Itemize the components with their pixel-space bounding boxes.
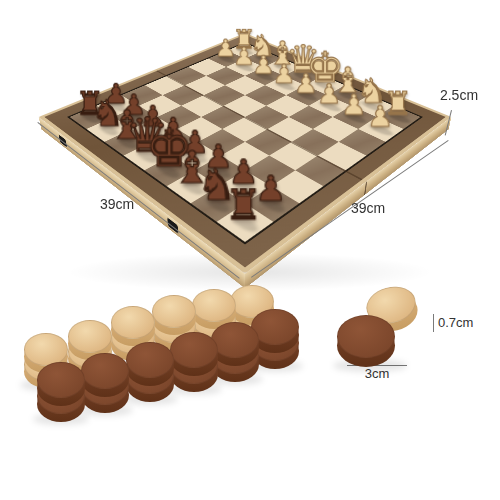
checker-top [68, 320, 112, 353]
checker-top [192, 289, 236, 322]
checkers-display [0, 0, 500, 500]
product-photo: ♜♞♝♛♚♝♞♜♟♟♟♟♟♟♟♟♟♟♟♟♟♟♟♟♜♞♝♛♚♝♞♜ 39cm 39… [0, 0, 500, 500]
checker-dark [337, 315, 395, 367]
checker-light [152, 295, 196, 335]
checker-dark [126, 342, 174, 386]
checker-top [24, 333, 68, 366]
checker-top [337, 315, 395, 358]
checker-top [37, 362, 85, 398]
checker-dark [37, 362, 85, 406]
checker-top [81, 353, 129, 389]
checker-top [152, 295, 196, 328]
checker-top [211, 322, 259, 358]
checker-dark [170, 332, 218, 376]
checker-top [126, 342, 174, 378]
checker-light [111, 306, 155, 346]
checker-dark [211, 322, 259, 366]
checker-top [170, 332, 218, 368]
checker-dark [81, 353, 129, 397]
checker-top [111, 306, 155, 339]
